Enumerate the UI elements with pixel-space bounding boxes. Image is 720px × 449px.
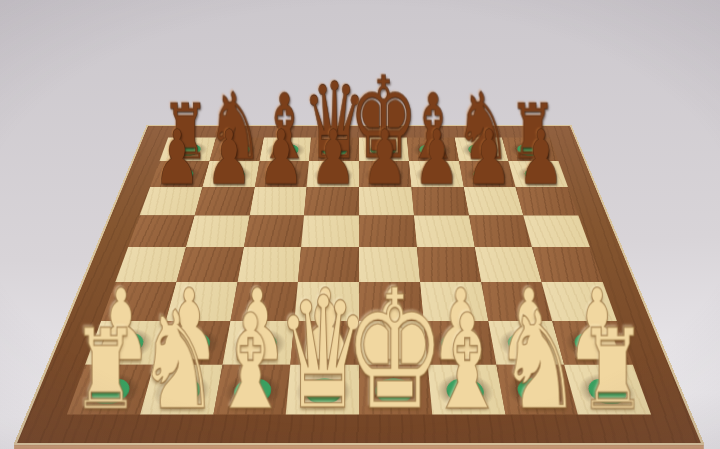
square-d7[interactable]: ♟ [307, 161, 359, 187]
square-d5[interactable] [301, 216, 359, 247]
square-e7[interactable]: ♟ [359, 161, 411, 187]
square-e1[interactable]: ♚ [359, 365, 432, 415]
board-front-edge [14, 443, 704, 449]
square-f1[interactable]: ♝ [427, 365, 505, 415]
square-h6[interactable] [516, 187, 579, 215]
square-g7[interactable]: ♟ [459, 161, 516, 187]
square-e6[interactable] [359, 187, 414, 215]
square-b5[interactable] [186, 216, 249, 247]
square-g5[interactable] [469, 216, 532, 247]
square-a6[interactable] [140, 187, 203, 215]
square-f7[interactable]: ♟ [409, 161, 464, 187]
square-g1[interactable]: ♞ [496, 365, 578, 415]
square-c7[interactable]: ♟ [255, 161, 310, 187]
square-c6[interactable] [249, 187, 306, 215]
square-h7[interactable]: ♟ [509, 161, 568, 187]
square-g6[interactable] [463, 187, 523, 215]
piece-white-bishop[interactable]: ♝ [427, 296, 507, 428]
square-a7[interactable]: ♟ [150, 161, 209, 187]
square-b6[interactable] [194, 187, 254, 215]
chess-board: ♜♞♝♛♚♝♞♜♟♟♟♟♟♟♟♟♟♟♟♟♟♟♟♟♜♞♝♛♚♝♞♜ [13, 125, 705, 445]
board-grid: ♜♞♝♛♚♝♞♜♟♟♟♟♟♟♟♟♟♟♟♟♟♟♟♟♜♞♝♛♚♝♞♜ [67, 138, 651, 415]
square-f5[interactable] [414, 216, 475, 247]
square-e5[interactable] [359, 216, 417, 247]
square-a5[interactable] [128, 216, 194, 247]
photo-scene: ♜♞♝♛♚♝♞♜♟♟♟♟♟♟♟♟♟♟♟♟♟♟♟♟♜♞♝♛♚♝♞♜ [0, 0, 720, 449]
square-h5[interactable] [524, 216, 590, 247]
square-b7[interactable]: ♟ [202, 161, 259, 187]
square-d6[interactable] [304, 187, 359, 215]
square-f6[interactable] [411, 187, 468, 215]
square-c5[interactable] [244, 216, 305, 247]
